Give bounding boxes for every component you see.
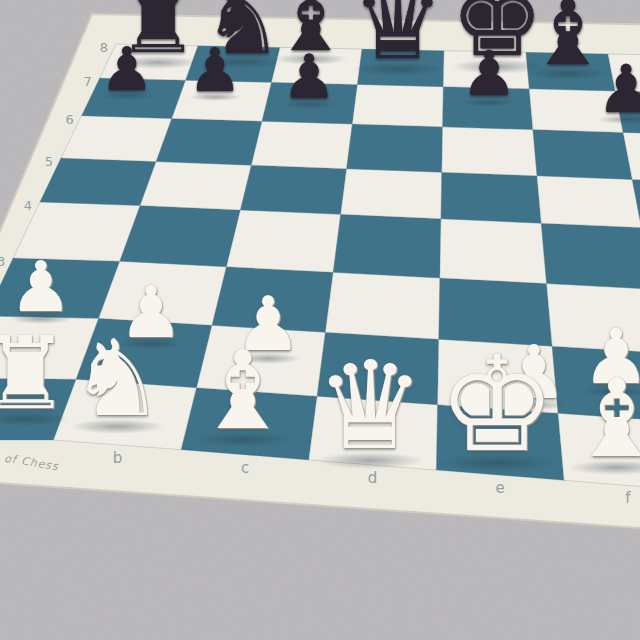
square-d3[interactable] (325, 272, 439, 339)
square-a5[interactable] (40, 158, 156, 205)
piece-black-pawn-c7[interactable]: ♟ (282, 46, 337, 107)
piece-white-king-e1[interactable]: ♚ (438, 338, 556, 470)
white-bishop-icon: ♝ (569, 365, 640, 473)
black-pawn-icon: ♟ (188, 40, 242, 100)
rank-label-5: 5 (45, 154, 53, 169)
black-pawn-icon: ♟ (461, 43, 517, 105)
piece-black-queen-d8[interactable]: ♛ (352, 0, 443, 74)
square-d5[interactable] (341, 169, 442, 219)
square-c6[interactable] (251, 121, 352, 168)
square-b4[interactable] (120, 206, 241, 267)
black-pawn-icon: ♟ (282, 46, 337, 107)
square-b5[interactable] (140, 162, 251, 210)
white-bishop-icon: ♝ (195, 337, 292, 445)
white-king-icon: ♚ (438, 338, 556, 470)
piece-white-bishop-f1[interactable]: ♝ (569, 365, 640, 473)
white-knight-icon: ♞ (69, 326, 164, 432)
piece-black-pawn-g7[interactable]: ♟ (596, 57, 640, 123)
rank-label-4: 4 (24, 198, 32, 213)
piece-white-knight-b1[interactable]: ♞ (69, 326, 164, 432)
white-pawn-icon: ♟ (10, 252, 73, 322)
square-e6[interactable] (442, 127, 537, 176)
square-f4[interactable] (541, 223, 640, 289)
piece-white-bishop-c1[interactable]: ♝ (195, 337, 292, 445)
chessboard-photo: abcdef345678 of Chess ♜♞♝♛♚♝♟♟♟♟♟♟♟♟♟♟♜♞… (0, 0, 640, 640)
square-f6[interactable] (533, 130, 632, 180)
square-b6[interactable] (156, 118, 262, 165)
square-d7[interactable] (352, 84, 443, 126)
piece-black-pawn-e7[interactable]: ♟ (461, 43, 517, 105)
piece-black-pawn-b7[interactable]: ♟ (188, 40, 242, 100)
file-label-e: e (496, 479, 505, 497)
piece-white-queen-d1[interactable]: ♛ (315, 345, 424, 467)
piece-white-rook-a1[interactable]: ♜ (0, 324, 70, 424)
square-c4[interactable] (226, 210, 340, 272)
file-label-f: f (625, 489, 631, 507)
square-c5[interactable] (240, 165, 346, 214)
white-queen-icon: ♛ (315, 345, 424, 467)
square-d6[interactable] (347, 124, 443, 172)
square-e4[interactable] (440, 219, 547, 284)
black-pawn-icon: ♟ (100, 39, 154, 99)
rank-label-6: 6 (65, 112, 73, 127)
square-d4[interactable] (333, 214, 441, 278)
black-pawn-icon: ♟ (596, 57, 640, 123)
file-label-b: b (113, 449, 123, 467)
piece-white-pawn-a3[interactable]: ♟ (10, 252, 73, 322)
white-rook-icon: ♜ (0, 324, 70, 424)
rank-label-7: 7 (84, 74, 92, 89)
square-f5[interactable] (537, 176, 640, 228)
file-label-c: c (241, 459, 249, 477)
rank-label-3: 3 (0, 254, 5, 269)
piece-black-pawn-a7[interactable]: ♟ (100, 39, 154, 99)
black-queen-icon: ♛ (352, 0, 443, 74)
square-e5[interactable] (441, 172, 541, 223)
